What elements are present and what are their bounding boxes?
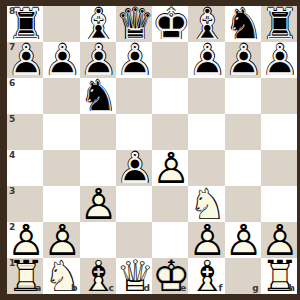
- piece-outline-glyph: ♙: [188, 39, 224, 82]
- square-a7[interactable]: 7♟♙: [7, 42, 43, 78]
- chess-board: 8♜♖♝♗♛♕♚♔♝♗♞♘♜♖7♟♙♟♙♟♙♟♙♟♙♟♙♟♙6♞♘54♟♙♟♙3…: [7, 6, 297, 294]
- piece-outline-glyph: ♘: [80, 75, 116, 118]
- square-b4[interactable]: [43, 150, 79, 186]
- piece-outline-glyph: ♖: [7, 255, 43, 298]
- piece-outline-glyph: ♗: [80, 255, 116, 298]
- square-h7[interactable]: ♟♙: [261, 42, 297, 78]
- square-g5[interactable]: [225, 114, 261, 150]
- square-a1[interactable]: 1a♜♖: [7, 258, 43, 294]
- piece-outline-glyph: ♙: [261, 39, 297, 82]
- white-rook: ♜♖: [7, 258, 43, 294]
- white-queen: ♛♕: [116, 258, 152, 294]
- black-pawn: ♟♙: [43, 42, 79, 78]
- white-bishop: ♝♗: [188, 258, 224, 294]
- square-f1[interactable]: f♝♗: [188, 258, 224, 294]
- rank-label: 4: [9, 151, 15, 160]
- white-rook: ♜♖: [261, 258, 297, 294]
- piece-outline-glyph: ♔: [152, 3, 188, 46]
- square-a4[interactable]: 4: [7, 150, 43, 186]
- piece-outline-glyph: ♙: [7, 39, 43, 82]
- black-pawn: ♟♙: [116, 42, 152, 78]
- square-c3[interactable]: ♟♙: [80, 186, 116, 222]
- square-h5[interactable]: [261, 114, 297, 150]
- rank-label: 5: [9, 115, 15, 124]
- square-e4[interactable]: ♟♙: [152, 150, 188, 186]
- file-label: g: [252, 284, 258, 293]
- black-pawn: ♟♙: [7, 42, 43, 78]
- white-pawn: ♟♙: [152, 150, 188, 186]
- white-knight: ♞♘: [43, 258, 79, 294]
- square-f7[interactable]: ♟♙: [188, 42, 224, 78]
- black-knight: ♞♘: [80, 78, 116, 114]
- piece-outline-glyph: ♘: [43, 255, 79, 298]
- square-d1[interactable]: d♛♕: [116, 258, 152, 294]
- black-pawn: ♟♙: [188, 42, 224, 78]
- square-b7[interactable]: ♟♙: [43, 42, 79, 78]
- piece-outline-glyph: ♕: [116, 255, 152, 298]
- square-e8[interactable]: ♚♔: [152, 6, 188, 42]
- piece-outline-glyph: ♗: [188, 255, 224, 298]
- square-g7[interactable]: ♟♙: [225, 42, 261, 78]
- piece-outline-glyph: ♙: [80, 183, 116, 226]
- piece-outline-glyph: ♖: [261, 255, 297, 298]
- square-a5[interactable]: 5: [7, 114, 43, 150]
- square-f5[interactable]: [188, 114, 224, 150]
- piece-outline-glyph: ♙: [225, 219, 261, 262]
- white-pawn: ♟♙: [225, 222, 261, 258]
- white-pawn: ♟♙: [80, 186, 116, 222]
- square-h1[interactable]: h♜♖: [261, 258, 297, 294]
- black-king: ♚♔: [152, 6, 188, 42]
- white-king: ♚♔: [152, 258, 188, 294]
- square-b1[interactable]: b♞♘: [43, 258, 79, 294]
- square-g2[interactable]: ♟♙: [225, 222, 261, 258]
- black-pawn: ♟♙: [225, 42, 261, 78]
- piece-outline-glyph: ♔: [152, 255, 188, 298]
- square-d4[interactable]: ♟♙: [116, 150, 152, 186]
- square-c1[interactable]: c♝♗: [80, 258, 116, 294]
- square-g4[interactable]: [225, 150, 261, 186]
- square-d7[interactable]: ♟♙: [116, 42, 152, 78]
- square-b5[interactable]: [43, 114, 79, 150]
- piece-outline-glyph: ♙: [152, 147, 188, 190]
- square-e1[interactable]: e♚♔: [152, 258, 188, 294]
- piece-outline-glyph: ♙: [116, 39, 152, 82]
- piece-outline-glyph: ♙: [116, 147, 152, 190]
- white-bishop: ♝♗: [80, 258, 116, 294]
- square-e6[interactable]: [152, 78, 188, 114]
- rank-label: 3: [9, 187, 15, 196]
- piece-outline-glyph: ♙: [43, 39, 79, 82]
- piece-outline-glyph: ♙: [225, 39, 261, 82]
- black-pawn: ♟♙: [116, 150, 152, 186]
- square-h4[interactable]: [261, 150, 297, 186]
- board-frame: 8♜♖♝♗♛♕♚♔♝♗♞♘♜♖7♟♙♟♙♟♙♟♙♟♙♟♙♟♙6♞♘54♟♙♟♙3…: [0, 0, 300, 300]
- square-c6[interactable]: ♞♘: [80, 78, 116, 114]
- black-pawn: ♟♙: [261, 42, 297, 78]
